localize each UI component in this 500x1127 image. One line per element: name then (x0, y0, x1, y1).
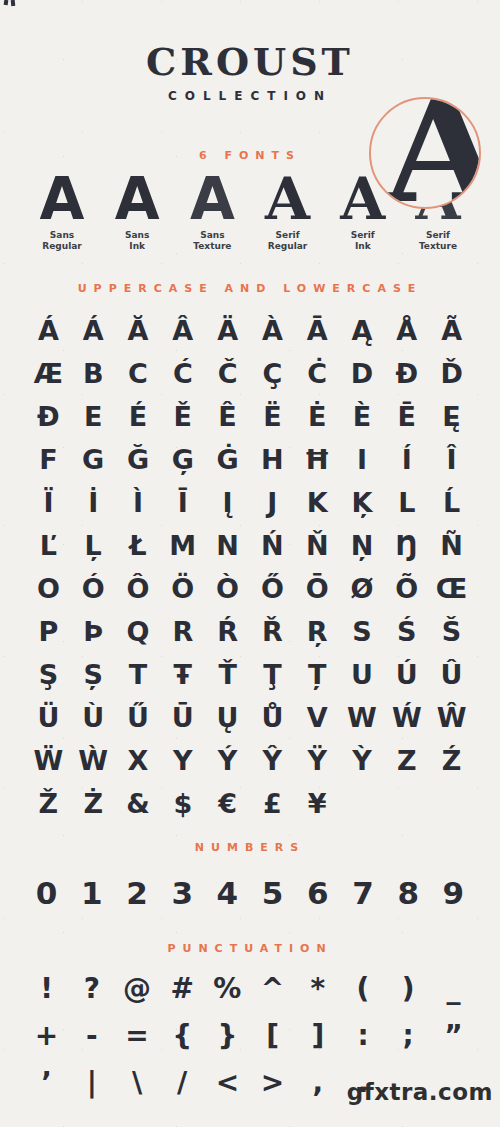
glyph-row: ẄẀXYÝŶŸỲZŹ (26, 739, 474, 782)
glyph-cell: * (310, 972, 325, 1005)
glyph-cell: Ỳ (352, 747, 372, 774)
glyph-cell: Ť (218, 661, 236, 688)
glyph-cell: Ẁ (78, 747, 108, 774)
font-style-label: Serif Regular (252, 230, 324, 252)
glyph-row: PÞQRŔŘŖSŚŠ (26, 610, 474, 653)
glyph-cell: Ď (440, 360, 462, 387)
glyph-cell: Ą (352, 317, 373, 344)
glyph-cell: & (126, 790, 150, 817)
glyph-cell: Ò (216, 575, 239, 602)
glyph-row: ÆBCĆČÇĊDĐĎ (26, 352, 474, 395)
font-style-label: Sans Regular (26, 230, 98, 252)
glyph-cell: # (170, 972, 193, 1005)
glyph-cell: Ĺ (443, 489, 460, 516)
glyph-cell: Ę (442, 403, 460, 430)
glyph-cell: L (398, 489, 415, 516)
glyph-cell: Ś (397, 618, 416, 645)
glyph-cell: | (87, 1066, 97, 1099)
glyph-cell: Ħ (304, 446, 330, 473)
glyph-cell: Ã (441, 317, 462, 344)
glyph-cell: Ŕ (217, 618, 238, 645)
glyph-cell: 2 (126, 875, 148, 911)
numbers-heading: NUMBERS (0, 841, 500, 854)
glyph-cell: € (218, 790, 237, 817)
glyph-cell: Š (442, 618, 461, 645)
glyph-cell: Þ (83, 618, 103, 645)
glyph-cell: Ģ (172, 446, 194, 473)
glyph-cell: £ (263, 790, 282, 817)
glyph-cell: Ķ (352, 489, 373, 516)
magnifier-zoom-circle: A (369, 97, 481, 209)
glyph-cell: Ř (262, 618, 283, 645)
glyph-cell: G (82, 446, 104, 473)
glyph-cell: Ț (308, 661, 326, 688)
glyph-cell: Đ (395, 360, 418, 387)
glyph-cell: F (39, 446, 57, 473)
glyph-cell: Ź (442, 747, 462, 774)
font-style-sans-texture: A Sans Texture (176, 174, 248, 252)
glyph-cell: Ż (83, 790, 103, 817)
specimen-poster: CROUST COLLECTION 6 FONTS A Sans Regular… (0, 0, 500, 1127)
glyph-cell: Ŋ (395, 532, 418, 559)
font-style-sans-regular: A Sans Regular (26, 174, 98, 252)
glyph-cell: $ (173, 790, 192, 817)
corner-mark (11, 0, 16, 6)
glyph-cell: Ġ (217, 446, 239, 473)
punctuation-row: !?@#%^*()_ (24, 965, 476, 1012)
glyph-cell: Õ (395, 575, 418, 602)
glyph-cell: Ù (82, 704, 104, 731)
glyph-cell: Û (441, 661, 463, 688)
glyph-cell: 6 (307, 875, 329, 911)
glyph-cell: Q (127, 618, 150, 645)
glyph-cell: Ú (396, 661, 418, 688)
glyph-cell: O (37, 575, 60, 602)
glyph-cell: Ņ (351, 532, 374, 559)
glyph-cell: / (177, 1066, 187, 1099)
glyph-cell: Ň (306, 532, 329, 559)
glyph-cell: Ð (37, 403, 60, 430)
font-style-label: Sans Texture (176, 230, 248, 252)
glyph-cell: - (86, 1019, 98, 1052)
font-style-label: Sans Ink (101, 230, 173, 252)
glyph-cell: @ (123, 972, 151, 1005)
glyph-cell: 7 (352, 875, 374, 911)
glyph-cell: Ẃ (392, 704, 422, 731)
glyph-row: ÏİÌĪĮJKĶLĹ (26, 481, 474, 524)
glyph-cell: Ÿ (307, 747, 327, 774)
glyph-cell: Ș (83, 661, 102, 688)
glyph-cell: Ě (174, 403, 192, 430)
glyph-cell: B (83, 360, 104, 387)
glyph-cell: Z (397, 747, 417, 774)
glyph-cell: Ű (127, 704, 149, 731)
glyph-cell: Ć (173, 360, 193, 387)
glyph-cell: Ä (217, 317, 238, 344)
glyph-cell: \ (132, 1066, 142, 1099)
glyph-cell: M (169, 532, 196, 559)
glyph-cell: ) (402, 972, 415, 1005)
glyph-cell: Ï (43, 489, 53, 516)
glyph-cell: % (213, 972, 241, 1005)
glyph-cell: Ł (129, 532, 146, 559)
glyph-cell: 8 (397, 875, 419, 911)
glyph-cell: Á (83, 317, 104, 344)
glyph-cell: Ľ (40, 532, 57, 559)
glyph-cell: X (128, 747, 149, 774)
glyph-cell: Ŗ (307, 618, 328, 645)
glyph-grid: ÁÁĂÂÄÀĀĄÅÃ ÆBCĆČÇĊDĐĎ ÐEÉĚÊËĖÈĒĘ FGĞĢĠHĦ… (26, 309, 474, 825)
specimen-letter: A (176, 174, 248, 224)
glyph-cell: Ē (398, 403, 416, 430)
glyph-cell: R (172, 618, 193, 645)
glyph-cell: T (129, 661, 147, 688)
glyph-cell: P (39, 618, 59, 645)
glyph-cell: N (216, 532, 239, 559)
glyph-cell: H (261, 446, 284, 473)
glyph-cell: I (357, 446, 367, 473)
glyph-cell: Ţ (263, 661, 281, 688)
glyph-cell: W (347, 704, 377, 731)
glyph-cell: ] (311, 1019, 324, 1052)
page-title: CROUST (0, 0, 500, 82)
glyph-cell: Ń (261, 532, 284, 559)
glyph-cell: Ç (262, 360, 282, 387)
glyph-cell: { (172, 1019, 192, 1052)
glyph-cell: Y (173, 747, 193, 774)
glyph-cell: Ų (217, 704, 239, 731)
glyph-cell: E (84, 403, 102, 430)
font-style-label: Serif Texture (402, 230, 474, 252)
glyph-cell: Ă (128, 317, 149, 344)
glyph-cell: Ë (263, 403, 281, 430)
glyph-cell: Ž (39, 790, 59, 817)
glyph-cell: : (357, 1019, 368, 1052)
glyph-row: ŞȘTŦŤŢȚUÚÛ (26, 653, 474, 696)
glyph-cell: V (307, 704, 328, 731)
glyph-cell: Å (396, 317, 417, 344)
glyph-cell: È (353, 403, 371, 430)
glyph-cell: 0 (36, 875, 58, 911)
glyph-cell: C (128, 360, 148, 387)
glyph-cell: Ī (178, 489, 188, 516)
uppercase-lowercase-heading: UPPERCASE AND LOWERCASE (0, 282, 500, 295)
font-style-label: Serif Ink (327, 230, 399, 252)
glyph-cell: 4 (217, 875, 239, 911)
glyph-cell: Ö (171, 575, 194, 602)
glyph-cell: ( (357, 972, 370, 1005)
glyph-cell: É (129, 403, 147, 430)
glyph-row: ÐEÉĚÊËĖÈĒĘ (26, 395, 474, 438)
glyph-cell: U (351, 661, 373, 688)
specimen-letter: A (26, 174, 98, 224)
glyph-cell: J (267, 489, 277, 516)
glyph-row: ÜÙŰŪŲŮVWẂŴ (26, 696, 474, 739)
glyph-row: ÁÁĂÂÄÀĀĄÅÃ (26, 309, 474, 352)
glyph-row: OÓÔÖÒŐŌØÕŒ (26, 567, 474, 610)
glyph-cell: + (35, 1019, 58, 1052)
glyph-cell: S (352, 618, 371, 645)
glyph-cell: Ū (172, 704, 194, 731)
glyph-cell: Ā (307, 317, 328, 344)
glyph-cell: = (125, 1019, 148, 1052)
glyph-cell: Ş (39, 661, 58, 688)
glyph-cell: Ê (218, 403, 236, 430)
glyph-cell: [ (266, 1019, 279, 1052)
glyph-cell: Ì (133, 489, 143, 516)
glyph-cell: Ļ (85, 532, 102, 559)
glyph-cell: Á (38, 317, 59, 344)
corner-mark (4, 0, 9, 5)
glyph-cell: > (261, 1066, 284, 1099)
glyph-cell: < (216, 1066, 239, 1099)
specimen-letter: A (101, 174, 173, 224)
glyph-cell: Į (223, 489, 233, 516)
glyph-cell: Č (218, 360, 238, 387)
glyph-cell: ’ (41, 1066, 52, 1099)
glyph-cell: ; (403, 1019, 414, 1052)
glyph-cell: ? (84, 972, 100, 1005)
glyph-cell: ¥ (308, 790, 327, 817)
glyph-cell: Œ (436, 575, 468, 602)
glyph-cell: Ý (218, 747, 238, 774)
glyph-cell: ^ (261, 972, 284, 1005)
specimen-letter: A (252, 174, 324, 224)
font-style-serif-regular: A Serif Regular (252, 174, 324, 252)
glyph-cell: Ċ (307, 360, 327, 387)
glyph-cell: Ü (37, 704, 59, 731)
glyph-cell: Ó (82, 575, 105, 602)
glyph-cell: } (217, 1019, 237, 1052)
glyph-row-currency: ŽŻ&$€£¥ (26, 782, 474, 825)
glyph-cell: 5 (262, 875, 284, 911)
glyph-cell: Ő (261, 575, 284, 602)
punctuation-row: +-={}[]:;” (24, 1012, 476, 1059)
digits-row: 0123456789 (24, 870, 476, 916)
glyph-cell: Ø (351, 575, 374, 602)
glyph-cell: Í (402, 446, 412, 473)
glyph-row: ĽĻŁMNŃŇŅŊÑ (26, 524, 474, 567)
glyph-cell: Â (172, 317, 193, 344)
punctuation-heading: PUNCTUATION (0, 942, 500, 955)
glyph-cell: Ñ (440, 532, 463, 559)
glyph-cell: Ė (308, 403, 326, 430)
glyph-cell: İ (88, 489, 98, 516)
glyph-cell: Ŵ (437, 704, 467, 731)
glyph-cell: 3 (171, 875, 193, 911)
glyph-cell: 1 (81, 875, 103, 911)
glyph-cell: Ô (127, 575, 150, 602)
glyph-cell: Ẅ (34, 747, 64, 774)
glyph-cell: Ů (261, 704, 283, 731)
glyph-cell: ! (40, 972, 53, 1005)
glyph-cell: Ō (306, 575, 329, 602)
glyph-cell: , (312, 1066, 323, 1099)
font-style-sans-ink: A Sans Ink (101, 174, 173, 252)
glyph-cell: K (307, 489, 328, 516)
glyph-row: FGĞĢĠHĦIÍÎ (26, 438, 474, 481)
glyph-cell: 9 (443, 875, 465, 911)
glyph-cell: ” (444, 1019, 462, 1052)
glyph-cell: Ŧ (174, 661, 192, 688)
glyph-cell: _ (446, 972, 460, 1005)
glyph-cell: Ğ (127, 446, 149, 473)
watermark: gfxtra.com (347, 1079, 493, 1105)
glyph-cell: Ŷ (263, 747, 283, 774)
glyph-cell: Î (447, 446, 457, 473)
glyph-cell: À (262, 317, 283, 344)
glyph-cell: Æ (34, 360, 63, 387)
glyph-cell: D (351, 360, 373, 387)
